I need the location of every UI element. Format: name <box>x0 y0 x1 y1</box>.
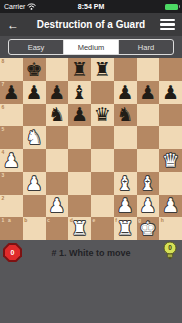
square-b2[interactable] <box>23 195 46 218</box>
square-e5[interactable] <box>91 126 114 149</box>
square-e2[interactable] <box>91 195 114 218</box>
tab-medium[interactable]: Medium <box>64 40 119 54</box>
piece-white-pawn[interactable]: ♟ <box>48 196 65 215</box>
square-g4[interactable] <box>137 149 160 172</box>
square-h5[interactable] <box>159 126 182 149</box>
square-f5[interactable] <box>114 126 137 149</box>
square-h8[interactable] <box>159 58 182 81</box>
file-label-e: e <box>93 218 96 223</box>
square-b7[interactable]: ♟ <box>23 81 46 104</box>
square-c6[interactable]: ♞ <box>46 104 69 127</box>
puzzle-status-text: # 1. White to move <box>51 248 130 258</box>
square-c2[interactable]: ♟ <box>46 195 69 218</box>
square-h4[interactable]: ♛ <box>159 149 182 172</box>
square-f7[interactable]: ♟ <box>114 81 137 104</box>
square-h7[interactable]: ♟ <box>159 81 182 104</box>
square-f6[interactable]: ♞ <box>114 104 137 127</box>
square-g3[interactable]: ♝ <box>137 172 160 195</box>
square-c1[interactable]: c <box>46 217 69 240</box>
square-e1[interactable]: e <box>91 217 114 240</box>
square-b1[interactable]: b <box>23 217 46 240</box>
square-b5[interactable]: ♞ <box>23 126 46 149</box>
battery-icon <box>165 4 178 10</box>
tab-easy[interactable]: Easy <box>9 40 64 54</box>
piece-black-pawn[interactable]: ♟ <box>139 83 156 102</box>
piece-black-pawn[interactable]: ♟ <box>3 83 20 102</box>
square-c7[interactable]: ♟ <box>46 81 69 104</box>
rank-label-7: 7 <box>2 82 5 87</box>
piece-black-knight[interactable]: ♞ <box>117 105 134 124</box>
square-c3[interactable] <box>46 172 69 195</box>
hamburger-menu-icon[interactable] <box>160 19 175 30</box>
piece-black-rook[interactable]: ♜ <box>94 60 111 79</box>
square-f3[interactable]: ♝ <box>114 172 137 195</box>
square-b3[interactable]: ♟ <box>23 172 46 195</box>
file-label-h: h <box>161 218 164 223</box>
fails-badge: 0 <box>3 243 22 262</box>
square-d1[interactable]: d♜ <box>68 217 91 240</box>
wifi-icon <box>27 3 36 10</box>
square-a3[interactable]: 3 <box>0 172 23 195</box>
piece-black-knight[interactable]: ♞ <box>48 105 65 124</box>
piece-white-pawn[interactable]: ♟ <box>139 196 156 215</box>
square-b6[interactable] <box>23 104 46 127</box>
piece-black-pawn[interactable]: ♟ <box>162 83 179 102</box>
square-f4[interactable] <box>114 149 137 172</box>
hint-count: 0 <box>168 244 172 251</box>
square-c5[interactable] <box>46 126 69 149</box>
square-h3[interactable] <box>159 172 182 195</box>
piece-black-pawn[interactable]: ♟ <box>26 83 43 102</box>
rank-label-6: 6 <box>2 105 5 110</box>
piece-black-king[interactable]: ♚ <box>26 60 43 79</box>
piece-black-pawn[interactable]: ♟ <box>117 83 134 102</box>
square-a4[interactable]: 4♟ <box>0 149 23 172</box>
square-f8[interactable] <box>114 58 137 81</box>
square-b4[interactable] <box>23 149 46 172</box>
square-h6[interactable] <box>159 104 182 127</box>
rank-label-8: 8 <box>2 59 5 64</box>
square-g7[interactable]: ♟ <box>137 81 160 104</box>
square-g6[interactable] <box>137 104 160 127</box>
square-g8[interactable] <box>137 58 160 81</box>
piece-white-bishop[interactable]: ♝ <box>139 174 156 193</box>
file-label-a: a <box>8 218 11 223</box>
square-c8[interactable] <box>46 58 69 81</box>
piece-white-rook[interactable]: ♜ <box>71 219 88 238</box>
square-d2[interactable] <box>68 195 91 218</box>
rank-label-4: 4 <box>2 150 5 155</box>
file-label-f: f <box>115 218 117 223</box>
piece-white-queen[interactable]: ♛ <box>162 151 179 170</box>
carrier-label: Carrier <box>4 3 25 10</box>
piece-black-pawn[interactable]: ♟ <box>48 83 65 102</box>
rank-label-5: 5 <box>2 127 5 132</box>
square-c4[interactable] <box>46 149 69 172</box>
square-a2[interactable]: 2 <box>0 195 23 218</box>
rank-label-2: 2 <box>2 196 5 201</box>
square-e3[interactable] <box>91 172 114 195</box>
rank-label-3: 3 <box>2 173 5 178</box>
square-d3[interactable] <box>68 172 91 195</box>
square-f1[interactable]: f♜ <box>114 217 137 240</box>
app-window: Carrier 8:54 PM ← Destruction of a Guard… <box>0 0 182 323</box>
piece-white-bishop[interactable]: ♝ <box>117 174 134 193</box>
square-a8[interactable]: 8 <box>0 58 23 81</box>
piece-white-pawn[interactable]: ♟ <box>26 174 43 193</box>
square-d6[interactable]: ♟ <box>68 104 91 127</box>
page-title: Destruction of a Guard <box>0 19 182 30</box>
file-label-c: c <box>47 218 50 223</box>
piece-white-king[interactable]: ♚ <box>139 219 156 238</box>
piece-black-bishop[interactable]: ♝ <box>71 83 88 102</box>
square-d7[interactable]: ♝ <box>68 81 91 104</box>
square-e7[interactable] <box>91 81 114 104</box>
square-f2[interactable]: ♟ <box>114 195 137 218</box>
footer-panel: 0 # 1. White to move 0 <box>0 240 182 323</box>
square-e8[interactable]: ♜ <box>91 58 114 81</box>
difficulty-segmented-control: Easy Medium Hard <box>8 39 174 55</box>
square-a5[interactable]: 5 <box>0 126 23 149</box>
piece-white-pawn[interactable]: ♟ <box>162 196 179 215</box>
square-e6[interactable]: ♛ <box>91 104 114 127</box>
back-button[interactable]: ← <box>7 19 19 31</box>
square-e4[interactable] <box>91 149 114 172</box>
square-h2[interactable]: ♟ <box>159 195 182 218</box>
difficulty-tabs-bar: Easy Medium Hard <box>0 36 182 58</box>
piece-black-queen[interactable]: ♛ <box>94 105 111 124</box>
square-g1[interactable]: g♚ <box>137 217 160 240</box>
tab-hard[interactable]: Hard <box>119 40 173 54</box>
square-a6[interactable]: 6 <box>0 104 23 127</box>
chess-board: 8♚♜♜7♟♟♟♝♟♟♟6♞♟♛♞5♞4♟♛3♟♝♝2♟♟♟♟1abcd♜ef♜… <box>0 58 182 240</box>
file-label-d: d <box>70 218 73 223</box>
square-g5[interactable] <box>137 126 160 149</box>
status-bar: Carrier 8:54 PM <box>0 0 182 13</box>
piece-white-knight[interactable]: ♞ <box>26 128 43 147</box>
file-label-g: g <box>138 218 141 223</box>
piece-white-pawn[interactable]: ♟ <box>3 151 20 170</box>
piece-black-rook[interactable]: ♜ <box>71 60 88 79</box>
square-a7[interactable]: 7♟ <box>0 81 23 104</box>
fails-count: 0 <box>5 245 20 260</box>
rank-label-1: 1 <box>2 218 5 223</box>
file-label-b: b <box>24 218 27 223</box>
square-b8[interactable]: ♚ <box>23 58 46 81</box>
hint-lightbulb-button[interactable]: 0 <box>163 241 177 262</box>
square-g2[interactable]: ♟ <box>137 195 160 218</box>
square-d5[interactable] <box>68 126 91 149</box>
piece-white-pawn[interactable]: ♟ <box>117 196 134 215</box>
nav-bar: ← Destruction of a Guard <box>0 13 182 36</box>
square-d4[interactable] <box>68 149 91 172</box>
square-a1[interactable]: 1a <box>0 217 23 240</box>
piece-white-rook[interactable]: ♜ <box>117 219 134 238</box>
piece-black-pawn[interactable]: ♟ <box>71 105 88 124</box>
square-h1[interactable]: h <box>159 217 182 240</box>
square-d8[interactable]: ♜ <box>68 58 91 81</box>
